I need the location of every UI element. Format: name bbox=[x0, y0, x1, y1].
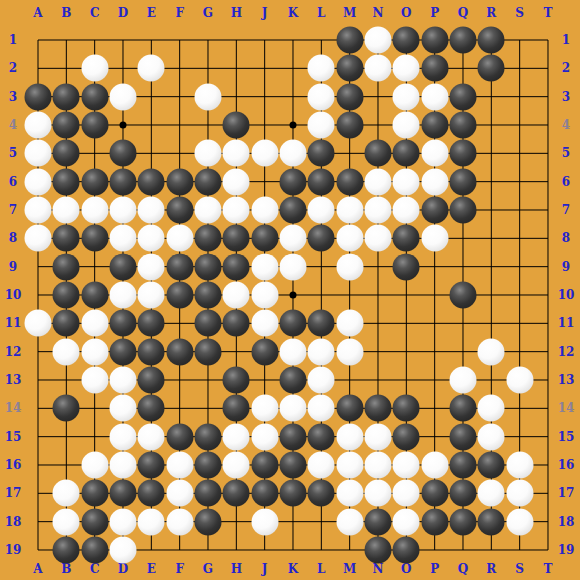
stone-black-L8 bbox=[308, 225, 335, 252]
stone-white-M18 bbox=[336, 508, 363, 535]
stone-white-K14 bbox=[279, 395, 306, 422]
stone-black-B6 bbox=[53, 168, 80, 195]
stone-black-B8 bbox=[53, 225, 80, 252]
row-label-right-13: 13 bbox=[558, 374, 575, 386]
stone-black-G18 bbox=[194, 508, 221, 535]
row-label-left-8: 8 bbox=[9, 232, 17, 244]
stone-white-P8 bbox=[421, 225, 448, 252]
stone-white-S17 bbox=[506, 480, 533, 507]
col-label-bottom-D: D bbox=[118, 563, 128, 575]
stone-white-D3 bbox=[109, 83, 136, 110]
stone-white-F16 bbox=[166, 451, 193, 478]
row-label-right-14: 14 bbox=[558, 402, 575, 414]
stone-black-N19 bbox=[364, 536, 391, 563]
stone-white-G5 bbox=[194, 140, 221, 167]
stone-white-K5 bbox=[279, 140, 306, 167]
stone-black-G8 bbox=[194, 225, 221, 252]
stone-black-P2 bbox=[421, 55, 448, 82]
stone-white-J15 bbox=[251, 423, 278, 450]
stone-white-H6 bbox=[223, 168, 250, 195]
stone-white-S18 bbox=[506, 508, 533, 535]
row-label-left-3: 3 bbox=[9, 91, 17, 103]
col-label-top-C: C bbox=[90, 7, 100, 19]
stone-black-H8 bbox=[223, 225, 250, 252]
stone-black-L17 bbox=[308, 480, 335, 507]
stone-black-G12 bbox=[194, 338, 221, 365]
stone-black-Q5 bbox=[449, 140, 476, 167]
stone-black-E11 bbox=[138, 310, 165, 337]
row-label-right-8: 8 bbox=[562, 232, 570, 244]
stone-black-O15 bbox=[393, 423, 420, 450]
stone-black-P7 bbox=[421, 196, 448, 223]
col-label-bottom-E: E bbox=[147, 563, 156, 575]
col-label-top-L: L bbox=[317, 7, 325, 19]
stone-black-E17 bbox=[138, 480, 165, 507]
row-label-left-11: 11 bbox=[5, 317, 22, 329]
stone-black-G6 bbox=[194, 168, 221, 195]
stone-white-D19 bbox=[109, 536, 136, 563]
col-label-bottom-L: L bbox=[317, 563, 325, 575]
stone-black-J12 bbox=[251, 338, 278, 365]
stone-black-Q3 bbox=[449, 83, 476, 110]
stone-white-O4 bbox=[393, 111, 420, 138]
col-label-bottom-J: J bbox=[262, 563, 268, 575]
stone-white-N1 bbox=[364, 27, 391, 54]
stone-white-L2 bbox=[308, 55, 335, 82]
stone-black-C18 bbox=[81, 508, 108, 535]
stone-white-M11 bbox=[336, 310, 363, 337]
stone-black-Q14 bbox=[449, 395, 476, 422]
stone-black-N5 bbox=[364, 140, 391, 167]
stone-white-N7 bbox=[364, 196, 391, 223]
stone-white-E15 bbox=[138, 423, 165, 450]
stone-black-G17 bbox=[194, 480, 221, 507]
col-label-top-T: T bbox=[544, 7, 553, 19]
stone-black-M2 bbox=[336, 55, 363, 82]
stone-white-G3 bbox=[194, 83, 221, 110]
col-label-bottom-M: M bbox=[343, 563, 356, 575]
stone-white-M16 bbox=[336, 451, 363, 478]
stone-white-O3 bbox=[393, 83, 420, 110]
stone-white-H7 bbox=[223, 196, 250, 223]
col-label-top-S: S bbox=[515, 7, 524, 19]
row-label-left-5: 5 bbox=[9, 147, 17, 159]
stone-black-J17 bbox=[251, 480, 278, 507]
stone-white-L12 bbox=[308, 338, 335, 365]
stone-black-G11 bbox=[194, 310, 221, 337]
row-label-left-14: 14 bbox=[5, 402, 22, 414]
stone-white-N15 bbox=[364, 423, 391, 450]
stone-black-B11 bbox=[53, 310, 80, 337]
stone-white-L3 bbox=[308, 83, 335, 110]
col-label-top-G: G bbox=[203, 7, 213, 19]
row-label-left-13: 13 bbox=[5, 374, 22, 386]
row-label-right-2: 2 bbox=[562, 62, 570, 74]
stone-black-D9 bbox=[109, 253, 136, 280]
stone-black-Q10 bbox=[449, 281, 476, 308]
row-label-right-15: 15 bbox=[558, 431, 575, 443]
stone-white-P6 bbox=[421, 168, 448, 195]
stone-black-G15 bbox=[194, 423, 221, 450]
stone-white-H15 bbox=[223, 423, 250, 450]
stone-black-H17 bbox=[223, 480, 250, 507]
row-label-right-9: 9 bbox=[562, 261, 570, 273]
stone-black-H11 bbox=[223, 310, 250, 337]
stone-black-D6 bbox=[109, 168, 136, 195]
stone-black-O1 bbox=[393, 27, 420, 54]
row-label-left-17: 17 bbox=[5, 487, 22, 499]
stone-black-Q18 bbox=[449, 508, 476, 535]
row-label-left-18: 18 bbox=[5, 516, 22, 528]
stone-black-N18 bbox=[364, 508, 391, 535]
stone-black-Q15 bbox=[449, 423, 476, 450]
stone-white-A5 bbox=[25, 140, 52, 167]
stone-white-C11 bbox=[81, 310, 108, 337]
stone-white-B17 bbox=[53, 480, 80, 507]
stone-white-A8 bbox=[25, 225, 52, 252]
stone-black-B4 bbox=[53, 111, 80, 138]
col-label-top-F: F bbox=[175, 7, 184, 19]
stone-black-H4 bbox=[223, 111, 250, 138]
stone-black-B5 bbox=[53, 140, 80, 167]
stone-white-A6 bbox=[25, 168, 52, 195]
stone-white-K12 bbox=[279, 338, 306, 365]
stone-black-Q4 bbox=[449, 111, 476, 138]
stone-black-G10 bbox=[194, 281, 221, 308]
go-board[interactable]: AABBCCDDEEFFGGHHJJKKLLMMNNOOPPQQRRSSTT11… bbox=[0, 0, 580, 580]
row-label-left-12: 12 bbox=[5, 346, 22, 358]
stone-white-M8 bbox=[336, 225, 363, 252]
row-label-left-1: 1 bbox=[9, 34, 17, 46]
col-label-top-R: R bbox=[486, 7, 496, 19]
row-label-right-1: 1 bbox=[562, 34, 570, 46]
stone-white-E18 bbox=[138, 508, 165, 535]
row-label-right-12: 12 bbox=[558, 346, 575, 358]
row-label-right-5: 5 bbox=[562, 147, 570, 159]
col-label-top-B: B bbox=[61, 7, 71, 19]
stone-black-R1 bbox=[478, 27, 505, 54]
stone-white-H5 bbox=[223, 140, 250, 167]
col-label-bottom-C: C bbox=[90, 563, 100, 575]
col-label-bottom-G: G bbox=[203, 563, 213, 575]
stone-black-P17 bbox=[421, 480, 448, 507]
row-label-left-16: 16 bbox=[5, 459, 22, 471]
stone-black-L6 bbox=[308, 168, 335, 195]
stone-white-N2 bbox=[364, 55, 391, 82]
col-label-bottom-F: F bbox=[175, 563, 184, 575]
stone-white-N16 bbox=[364, 451, 391, 478]
stone-white-B18 bbox=[53, 508, 80, 535]
stone-white-M15 bbox=[336, 423, 363, 450]
stone-white-N8 bbox=[364, 225, 391, 252]
stone-black-M1 bbox=[336, 27, 363, 54]
stone-white-C13 bbox=[81, 366, 108, 393]
stone-black-M4 bbox=[336, 111, 363, 138]
stone-black-M6 bbox=[336, 168, 363, 195]
stone-white-J14 bbox=[251, 395, 278, 422]
stone-black-B14 bbox=[53, 395, 80, 422]
stone-white-D8 bbox=[109, 225, 136, 252]
stone-white-F18 bbox=[166, 508, 193, 535]
col-label-bottom-P: P bbox=[430, 563, 439, 575]
stone-black-B9 bbox=[53, 253, 80, 280]
row-label-right-6: 6 bbox=[562, 176, 570, 188]
col-label-bottom-Q: Q bbox=[458, 563, 468, 575]
col-label-top-K: K bbox=[288, 7, 298, 19]
stone-black-F15 bbox=[166, 423, 193, 450]
stone-white-E10 bbox=[138, 281, 165, 308]
stone-black-Q17 bbox=[449, 480, 476, 507]
stone-black-G16 bbox=[194, 451, 221, 478]
stone-black-E13 bbox=[138, 366, 165, 393]
stone-black-Q6 bbox=[449, 168, 476, 195]
stone-white-L7 bbox=[308, 196, 335, 223]
stone-black-O19 bbox=[393, 536, 420, 563]
row-label-right-3: 3 bbox=[562, 91, 570, 103]
stone-white-J11 bbox=[251, 310, 278, 337]
stone-white-M17 bbox=[336, 480, 363, 507]
stone-black-A3 bbox=[25, 83, 52, 110]
stone-white-J18 bbox=[251, 508, 278, 535]
row-label-right-4: 4 bbox=[562, 119, 570, 131]
stone-black-O9 bbox=[393, 253, 420, 280]
stone-black-R16 bbox=[478, 451, 505, 478]
stone-white-B12 bbox=[53, 338, 80, 365]
stone-black-B10 bbox=[53, 281, 80, 308]
col-label-top-D: D bbox=[118, 7, 128, 19]
col-label-top-M: M bbox=[343, 7, 356, 19]
stone-white-E9 bbox=[138, 253, 165, 280]
col-label-top-J: J bbox=[262, 7, 268, 19]
stone-white-S13 bbox=[506, 366, 533, 393]
stone-white-K9 bbox=[279, 253, 306, 280]
stone-black-C8 bbox=[81, 225, 108, 252]
col-label-top-Q: Q bbox=[458, 7, 468, 19]
stone-black-E6 bbox=[138, 168, 165, 195]
stone-black-K15 bbox=[279, 423, 306, 450]
stone-white-A11 bbox=[25, 310, 52, 337]
stone-black-B3 bbox=[53, 83, 80, 110]
stone-white-E2 bbox=[138, 55, 165, 82]
row-label-left-6: 6 bbox=[9, 176, 17, 188]
star-point-K10 bbox=[289, 291, 296, 298]
stone-black-H14 bbox=[223, 395, 250, 422]
stone-black-E14 bbox=[138, 395, 165, 422]
stone-white-D16 bbox=[109, 451, 136, 478]
stone-black-M14 bbox=[336, 395, 363, 422]
col-label-top-O: O bbox=[401, 7, 411, 19]
stone-black-D12 bbox=[109, 338, 136, 365]
stone-black-E16 bbox=[138, 451, 165, 478]
stone-white-L13 bbox=[308, 366, 335, 393]
stone-black-K6 bbox=[279, 168, 306, 195]
stone-black-L11 bbox=[308, 310, 335, 337]
stone-white-F17 bbox=[166, 480, 193, 507]
stone-white-D15 bbox=[109, 423, 136, 450]
stone-black-K16 bbox=[279, 451, 306, 478]
stone-white-P16 bbox=[421, 451, 448, 478]
row-label-right-11: 11 bbox=[558, 317, 575, 329]
stone-white-E7 bbox=[138, 196, 165, 223]
stone-black-D5 bbox=[109, 140, 136, 167]
stone-white-G7 bbox=[194, 196, 221, 223]
col-label-top-P: P bbox=[430, 7, 439, 19]
stone-black-L5 bbox=[308, 140, 335, 167]
stone-black-O5 bbox=[393, 140, 420, 167]
stone-white-J9 bbox=[251, 253, 278, 280]
col-label-bottom-K: K bbox=[288, 563, 298, 575]
stone-white-R12 bbox=[478, 338, 505, 365]
row-label-left-10: 10 bbox=[5, 289, 22, 301]
stone-black-K11 bbox=[279, 310, 306, 337]
stone-black-K17 bbox=[279, 480, 306, 507]
col-label-bottom-A: A bbox=[33, 563, 42, 575]
col-label-top-A: A bbox=[33, 7, 42, 19]
stone-black-O14 bbox=[393, 395, 420, 422]
stone-white-M9 bbox=[336, 253, 363, 280]
row-label-right-18: 18 bbox=[558, 516, 575, 528]
row-label-right-19: 19 bbox=[558, 544, 575, 556]
stone-black-D11 bbox=[109, 310, 136, 337]
stone-black-C10 bbox=[81, 281, 108, 308]
row-label-left-4: 4 bbox=[9, 119, 17, 131]
row-label-right-7: 7 bbox=[562, 204, 570, 216]
stone-black-Q7 bbox=[449, 196, 476, 223]
stone-white-L4 bbox=[308, 111, 335, 138]
stone-white-L16 bbox=[308, 451, 335, 478]
stone-white-D18 bbox=[109, 508, 136, 535]
stone-black-B19 bbox=[53, 536, 80, 563]
row-label-left-7: 7 bbox=[9, 204, 17, 216]
stone-black-F7 bbox=[166, 196, 193, 223]
stone-black-H9 bbox=[223, 253, 250, 280]
stone-white-K8 bbox=[279, 225, 306, 252]
stone-black-F10 bbox=[166, 281, 193, 308]
row-label-left-2: 2 bbox=[9, 62, 17, 74]
stone-black-Q16 bbox=[449, 451, 476, 478]
stone-white-H10 bbox=[223, 281, 250, 308]
col-label-bottom-O: O bbox=[401, 563, 411, 575]
stone-white-S16 bbox=[506, 451, 533, 478]
stone-black-O8 bbox=[393, 225, 420, 252]
row-label-right-16: 16 bbox=[558, 459, 575, 471]
stone-black-C6 bbox=[81, 168, 108, 195]
col-label-bottom-S: S bbox=[515, 563, 524, 575]
stone-white-Q13 bbox=[449, 366, 476, 393]
stone-black-P4 bbox=[421, 111, 448, 138]
stone-white-A4 bbox=[25, 111, 52, 138]
stone-white-D14 bbox=[109, 395, 136, 422]
stone-white-O2 bbox=[393, 55, 420, 82]
stone-white-O7 bbox=[393, 196, 420, 223]
stone-black-L15 bbox=[308, 423, 335, 450]
stone-black-F6 bbox=[166, 168, 193, 195]
stone-white-D13 bbox=[109, 366, 136, 393]
col-label-top-H: H bbox=[231, 7, 242, 19]
stone-white-O16 bbox=[393, 451, 420, 478]
stone-black-P1 bbox=[421, 27, 448, 54]
stone-white-P3 bbox=[421, 83, 448, 110]
stone-white-N17 bbox=[364, 480, 391, 507]
stone-black-C3 bbox=[81, 83, 108, 110]
col-label-bottom-T: T bbox=[544, 563, 553, 575]
stone-black-J16 bbox=[251, 451, 278, 478]
stone-white-P5 bbox=[421, 140, 448, 167]
stone-white-J7 bbox=[251, 196, 278, 223]
stone-black-E12 bbox=[138, 338, 165, 365]
stone-white-J10 bbox=[251, 281, 278, 308]
stone-white-E8 bbox=[138, 225, 165, 252]
stone-white-R15 bbox=[478, 423, 505, 450]
row-label-right-17: 17 bbox=[558, 487, 575, 499]
stone-white-M7 bbox=[336, 196, 363, 223]
stone-white-C16 bbox=[81, 451, 108, 478]
col-label-top-E: E bbox=[147, 7, 156, 19]
stone-white-R14 bbox=[478, 395, 505, 422]
row-label-left-19: 19 bbox=[5, 544, 22, 556]
stone-black-H13 bbox=[223, 366, 250, 393]
stone-white-C12 bbox=[81, 338, 108, 365]
stone-white-N6 bbox=[364, 168, 391, 195]
stone-white-C2 bbox=[81, 55, 108, 82]
star-point-D4 bbox=[119, 121, 126, 128]
stone-white-J5 bbox=[251, 140, 278, 167]
stone-white-H16 bbox=[223, 451, 250, 478]
col-label-top-N: N bbox=[373, 7, 384, 19]
stone-black-C19 bbox=[81, 536, 108, 563]
stone-black-G9 bbox=[194, 253, 221, 280]
stone-black-K13 bbox=[279, 366, 306, 393]
stone-white-D7 bbox=[109, 196, 136, 223]
stone-black-M3 bbox=[336, 83, 363, 110]
col-label-bottom-H: H bbox=[231, 563, 242, 575]
stone-black-C4 bbox=[81, 111, 108, 138]
stone-black-J8 bbox=[251, 225, 278, 252]
stone-white-O6 bbox=[393, 168, 420, 195]
col-label-bottom-R: R bbox=[486, 563, 496, 575]
stone-black-Q1 bbox=[449, 27, 476, 54]
stone-black-F9 bbox=[166, 253, 193, 280]
stone-black-D17 bbox=[109, 480, 136, 507]
stone-white-F8 bbox=[166, 225, 193, 252]
col-label-bottom-B: B bbox=[61, 563, 71, 575]
stone-white-A7 bbox=[25, 196, 52, 223]
stone-black-F12 bbox=[166, 338, 193, 365]
stone-black-C17 bbox=[81, 480, 108, 507]
star-point-K4 bbox=[289, 121, 296, 128]
stone-white-D10 bbox=[109, 281, 136, 308]
stone-white-L14 bbox=[308, 395, 335, 422]
row-label-right-10: 10 bbox=[558, 289, 575, 301]
stone-black-N14 bbox=[364, 395, 391, 422]
row-label-left-15: 15 bbox=[5, 431, 22, 443]
stone-white-O18 bbox=[393, 508, 420, 535]
stone-black-R18 bbox=[478, 508, 505, 535]
stone-white-C7 bbox=[81, 196, 108, 223]
col-label-bottom-N: N bbox=[373, 563, 384, 575]
stone-black-R2 bbox=[478, 55, 505, 82]
stone-white-B7 bbox=[53, 196, 80, 223]
stone-white-M12 bbox=[336, 338, 363, 365]
stone-black-P18 bbox=[421, 508, 448, 535]
row-label-left-9: 9 bbox=[9, 261, 17, 273]
stone-white-O17 bbox=[393, 480, 420, 507]
stone-black-K7 bbox=[279, 196, 306, 223]
stone-white-R17 bbox=[478, 480, 505, 507]
